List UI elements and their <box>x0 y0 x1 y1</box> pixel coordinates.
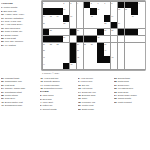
across-clue-40: 40. Bear's winter rest <box>1 101 37 104</box>
grid-cell-r8c13[interactable] <box>125 49 131 55</box>
clue-number: 18. <box>78 101 82 103</box>
grid-cell-r3c6[interactable] <box>77 15 83 21</box>
grid-cell-r5c3[interactable] <box>56 29 62 35</box>
grid-cell-r10c6[interactable] <box>77 63 83 69</box>
across-clue-34: 34. January zodiac sign <box>1 87 37 90</box>
clue-number: 19. <box>1 27 5 29</box>
across-clue-29: 29. Midnight toast <box>1 77 37 80</box>
clue-number: 10. <box>1 13 5 15</box>
grid-cell-r5c10[interactable]: 27 <box>104 29 110 35</box>
grid-cell-r2c9[interactable]: 11 <box>97 8 103 14</box>
grid-cell-r9c12[interactable] <box>118 56 124 62</box>
grid-cell-r10c10[interactable] <box>104 63 110 69</box>
across-clue-42: 42. Year's first day <box>40 77 75 80</box>
cell-number: 3 <box>70 2 71 4</box>
down-clue-22: 22. Skate blade <box>78 108 112 111</box>
grid-cell-r8c15[interactable] <box>138 49 144 55</box>
grid-cell-r2c13[interactable]: 13 <box>125 8 131 14</box>
clue-number: 34. <box>114 94 118 96</box>
down-clue-16: 16. Chilly <box>78 97 112 100</box>
clue-number: 41. <box>1 104 5 106</box>
clue-number: 7. <box>40 108 43 110</box>
clue-number: 1. <box>1 6 4 8</box>
clue-number: 2. <box>40 94 43 96</box>
grid-cell-r2c3-black <box>56 8 62 14</box>
grid-cell-r1c8[interactable]: 5 <box>90 2 96 8</box>
grid-cell-r8c9-black <box>97 49 103 55</box>
clue-number: 16. <box>78 97 82 99</box>
grid-cell-r10c3[interactable] <box>56 63 62 69</box>
across-clue-5: 5. Ball drop site <box>1 10 40 13</box>
clue-number: 3. <box>40 98 43 100</box>
cell-number: 2 <box>63 2 64 4</box>
down-clue-9: 9. Frozen rain <box>78 80 112 83</box>
cell-number: 28 <box>111 29 113 31</box>
grid-cell-r2c7[interactable] <box>84 8 90 14</box>
grid-cell-r4c10[interactable]: 23 <box>104 22 110 28</box>
clue-number: 15. <box>78 94 82 96</box>
grid-cell-r6c14[interactable] <box>131 36 137 42</box>
grid-cell-r8c10[interactable]: 40 <box>104 49 110 55</box>
cell-number: 26 <box>77 29 79 31</box>
cell-number: 38 <box>43 49 45 51</box>
down-clues-column-5: 23. Spring thaw28. North wind31. Snow fl… <box>114 77 149 149</box>
grid-cell-r4c12[interactable]: 24 <box>118 22 124 28</box>
cell-number: 15 <box>50 15 52 17</box>
grid-cell-r5c15[interactable] <box>138 29 144 35</box>
clue-number: 4. <box>40 101 43 103</box>
across-clue-44: 44. Fresh calendar <box>40 84 75 87</box>
clue-number: 9. <box>78 80 81 82</box>
clue-number: 29. <box>1 77 5 79</box>
clue-number: 31. <box>114 84 118 86</box>
across-clue-37: 37. Countdown start <box>1 91 37 94</box>
grid-cell-r1c5[interactable]: 3 <box>70 2 76 8</box>
grid-cell-r4c11-black <box>111 22 117 28</box>
cell-number: 16 <box>56 15 58 17</box>
grid-cell-r10c14[interactable] <box>131 63 137 69</box>
grid-cell-r4c14[interactable] <box>131 22 137 28</box>
grid-cell-r4c2[interactable] <box>49 22 55 28</box>
grid-cell-r3c2[interactable]: 15 <box>49 15 55 21</box>
grid-cell-r9c13[interactable] <box>125 56 131 62</box>
across-header: ACROSS <box>1 3 40 6</box>
cell-number: 12 <box>118 8 120 10</box>
grid-cell-r7c3[interactable]: 33 <box>56 43 62 49</box>
cell-number: 11 <box>97 8 99 10</box>
across-clue-31: 31. First frost <box>1 84 37 87</box>
clue-number: 22. <box>78 108 82 110</box>
clue-number: 27. <box>1 44 5 46</box>
grid-cell-r8c2[interactable] <box>49 49 55 55</box>
cell-number: 14 <box>43 15 45 17</box>
grid-cell-r6c8-black <box>90 36 96 42</box>
down-clues-column-4: 8. Year opener9. Frozen rain12. Ski run1… <box>78 77 112 149</box>
across-clue-27: 27. Icy coating <box>1 44 40 47</box>
grid-cell-r9c7[interactable] <box>84 56 90 62</box>
grid-cell-r2c10[interactable] <box>104 8 110 14</box>
down-clue-14: 14. Snow day fun <box>78 91 112 94</box>
grid-cell-r1c3[interactable] <box>56 2 62 8</box>
cell-number: 6 <box>97 2 98 4</box>
clue-number: 20. <box>78 104 82 106</box>
clue-number: 45. <box>40 87 44 89</box>
grid-cell-r1c12-black <box>118 2 124 8</box>
grid-cell-r2c11[interactable] <box>111 8 117 14</box>
grid-cell-r4c4[interactable]: 22 <box>63 22 69 28</box>
across-down-clues-column-3: 42. Year's first day43. Confetti shower4… <box>40 77 75 149</box>
across-clue-30: 30. Champagne pop <box>1 80 37 83</box>
cell-number: 37 <box>104 43 106 45</box>
grid-cell-r2c4[interactable]: 10 <box>63 8 69 14</box>
cell-number: 10 <box>63 8 65 10</box>
clue-number: 5. <box>1 10 4 12</box>
down-clue-18: 18. Fireplace log <box>78 101 112 104</box>
grid-cell-r4c6[interactable] <box>77 22 83 28</box>
grid-cell-r3c13[interactable] <box>125 15 131 21</box>
cell-number: 30 <box>97 36 99 38</box>
grid-cell-r6c5[interactable] <box>70 36 76 42</box>
cell-number: 40 <box>104 49 106 51</box>
grid-cell-r7c13[interactable] <box>125 43 131 49</box>
clue-number: 43. <box>40 80 44 82</box>
grid-cell-r2c14-black <box>131 8 137 14</box>
grid-cell-r9c14[interactable] <box>131 56 137 62</box>
grid-cell-r9c15[interactable] <box>138 56 144 62</box>
grid-cell-r6c12[interactable] <box>118 36 124 42</box>
down-clue-28: 28. North wind <box>114 80 149 83</box>
cell-number: 18 <box>91 15 93 17</box>
grid-cell-r3c14[interactable]: 20 <box>131 15 137 21</box>
grid-cell-r9c1[interactable]: 41 <box>43 56 49 62</box>
cell-number: 27 <box>104 29 106 31</box>
grid-cell-r6c11[interactable] <box>111 36 117 42</box>
down-clue-12: 12. Ski run <box>78 84 112 87</box>
grid-cell-r6c3-black <box>56 36 62 42</box>
grid-cell-r2c15[interactable] <box>138 8 144 14</box>
grid-cell-r7c12[interactable] <box>118 43 124 49</box>
grid-cell-r6c2-black <box>49 36 55 42</box>
clue-number: 39. <box>1 97 5 99</box>
clue-number: 25. <box>1 37 5 39</box>
grid-cell-r3c3[interactable]: 16 <box>56 15 62 21</box>
cell-number: 20 <box>132 15 134 17</box>
clue-number: 34. <box>1 87 5 89</box>
grid-cell-r9c8[interactable] <box>90 56 96 62</box>
grid-cell-r4c7[interactable] <box>84 22 90 28</box>
grid-cell-r6c4[interactable]: 29 <box>63 36 69 42</box>
grid-cell-r10c15[interactable] <box>138 63 144 69</box>
grid-cell-r4c9[interactable] <box>97 22 103 28</box>
grid-cell-r5c8[interactable] <box>90 29 96 35</box>
grid-cell-r6c15[interactable] <box>138 36 144 42</box>
down-clue-31: 31. Snow flurry <box>114 84 149 87</box>
puzzle-footer: 1 January © 2024 <box>42 72 146 74</box>
clue-number: 17. <box>1 23 5 25</box>
grid-cell-r1c4[interactable]: 2 <box>63 2 69 8</box>
across-clues-column-top: ACROSS1. Winter month5. Ball drop site10… <box>1 2 40 74</box>
grid-cell-r9c2[interactable] <box>49 56 55 62</box>
clue-number: 13. <box>78 87 82 89</box>
cell-number: 42 <box>77 56 79 58</box>
clue-number: 36. <box>114 101 118 103</box>
grid-cell-r3c8[interactable]: 18 <box>90 15 96 21</box>
grid-cell-r4c13[interactable] <box>125 22 131 28</box>
grid-cell-r8c12[interactable] <box>118 49 124 55</box>
down-clue-33: 33. Cold snap <box>114 91 149 94</box>
grid-cell-r8c7[interactable] <box>84 49 90 55</box>
cell-number: 4 <box>77 2 78 4</box>
across-clue-17: 17. "Auld Lang Syne" <box>1 23 40 26</box>
grid-cell-r9c10-black <box>104 56 110 62</box>
grid-cell-r8c3[interactable] <box>56 49 62 55</box>
grid-cell-r3c12[interactable] <box>118 15 124 21</box>
grid-cell-r7c11[interactable] <box>111 43 117 49</box>
down-clue-15: 15. Blizzard wind <box>78 94 112 97</box>
grid-cell-r3c9[interactable] <box>97 15 103 21</box>
clue-number: 26. <box>1 40 5 42</box>
grid-cell-r5c14-black <box>131 29 137 35</box>
clue-number: 8. <box>78 77 81 79</box>
clue-number: 24. <box>1 34 5 36</box>
clue-number: 14. <box>78 91 82 93</box>
cell-number: 35 <box>84 43 86 45</box>
across-clue-25: 25. Polar blast <box>1 37 40 40</box>
grid-cell-r5c11[interactable]: 28 <box>111 29 117 35</box>
cell-number: 23 <box>104 22 106 24</box>
across-clue-43: 43. Confetti shower <box>40 80 75 83</box>
grid-cell-r5c9-black <box>97 29 103 35</box>
grid-cell-r8c5-black <box>70 49 76 55</box>
grid-cell-r6c9[interactable]: 30 <box>97 36 103 42</box>
grid-cell-r9c5-black <box>70 56 76 62</box>
clue-number: 42. <box>40 77 44 79</box>
grid-cell-r9c9-black <box>97 56 103 62</box>
across-clues-column-2: 29. Midnight toast30. Champagne pop31. F… <box>1 77 37 149</box>
down-clue-3: 3. Sled dog <box>40 98 75 101</box>
grid-cell-r1c7-black <box>84 2 90 8</box>
grid-cell-r3c10-black <box>104 15 110 21</box>
grid-cell-r2c1-black <box>43 8 49 14</box>
grid-cell-r1c1[interactable]: 1 <box>43 2 49 8</box>
cell-number: 29 <box>63 36 65 38</box>
cell-number: 36 <box>91 43 93 45</box>
grid-cell-r5c5-black <box>70 29 76 35</box>
clue-number: 38. <box>1 94 5 96</box>
cell-number: 8 <box>111 2 112 4</box>
cell-number: 22 <box>63 22 65 24</box>
across-clue-10: 10. "Happy New Year!" <box>1 13 40 16</box>
grid-cell-r9c3[interactable] <box>56 56 62 62</box>
grid-cell-r7c14[interactable] <box>131 43 137 49</box>
down-clue-35: 35. Janus month <box>114 97 149 100</box>
across-clue-26: 26. MLK Day honoree <box>1 40 40 43</box>
cell-number: 17 <box>70 15 72 17</box>
down-clue-32: 32. Ice fishing hole <box>114 87 149 90</box>
clue-number: 44. <box>40 84 44 86</box>
grid-cell-r1c6[interactable]: 4 <box>77 2 83 8</box>
down-clue-2: 2. Igloo block <box>40 94 75 97</box>
down-clue-34: 34. Snow angel maker <box>114 94 149 97</box>
across-clue-39: 39. Cold spell <box>1 97 37 100</box>
cell-number: 45 <box>70 63 72 65</box>
grid-cell-r6c10[interactable] <box>104 36 110 42</box>
grid-cell-r3c5[interactable]: 17 <box>70 15 76 21</box>
across-clue-24: 24. Snow vehicle <box>1 34 40 37</box>
grid-cell-r10c4-black <box>63 63 69 69</box>
grid-cell-r4c8[interactable] <box>90 22 96 28</box>
grid-cell-r7c6[interactable]: 34 <box>77 43 83 49</box>
cell-number: 9 <box>138 2 139 4</box>
across-clue-38: 38. Winter storm <box>1 94 37 97</box>
grid-cell-r8c4[interactable] <box>63 49 69 55</box>
clue-number: 35. <box>114 97 118 99</box>
grid-cell-r5c7[interactable] <box>84 29 90 35</box>
clue-number: 33. <box>114 91 118 93</box>
grid-cell-r2c6[interactable] <box>77 8 83 14</box>
across-clue-21: 21. Rose Parade city <box>1 30 40 33</box>
cell-number: 31 <box>43 43 45 45</box>
grid-cell-r7c1[interactable]: 31 <box>43 43 49 49</box>
clue-number: 28. <box>114 80 118 82</box>
across-clue-14: 14. New Year's vow <box>1 20 40 23</box>
grid-cell-r8c1[interactable]: 38 <box>43 49 49 55</box>
grid-cell-r4c5[interactable] <box>70 22 76 28</box>
grid-cell-r1c14-black <box>131 2 137 8</box>
grid-cell-r1c9[interactable]: 6 <box>97 2 103 8</box>
cell-number: 44 <box>43 63 45 65</box>
grid-cell-r5c1-black <box>43 29 49 35</box>
grid-cell-r7c10[interactable]: 37 <box>104 43 110 49</box>
grid-cell-r10c12[interactable] <box>118 63 124 69</box>
grid-cell-r4c15[interactable] <box>138 22 144 28</box>
clue-number: 11. <box>1 17 5 19</box>
grid-cell-r3c11[interactable]: 19 <box>111 15 117 21</box>
grid-cell-r7c9-black <box>97 43 103 49</box>
grid-cell-r3c15[interactable] <box>138 15 144 21</box>
down-clue-36: 36. White blanket <box>114 101 149 104</box>
grid-cell-r1c13-black <box>125 2 131 8</box>
grid-cell-r2c5[interactable] <box>70 8 76 14</box>
grid-cell-r1c11[interactable]: 8 <box>111 2 117 8</box>
grid-cell-r3c1[interactable]: 14 <box>43 15 49 21</box>
grid-cell-r10c13[interactable] <box>125 63 131 69</box>
grid-cell-r7c2[interactable]: 32 <box>49 43 55 49</box>
down-header: DOWN <box>40 91 75 94</box>
clue-number: 37. <box>1 91 5 93</box>
clue-number: 21. <box>1 30 5 32</box>
grid-cell-r7c8[interactable]: 36 <box>90 43 96 49</box>
grid-cell-r10c8[interactable] <box>90 63 96 69</box>
cell-number: 24 <box>118 22 120 24</box>
grid-cell-r10c7[interactable] <box>84 63 90 69</box>
down-clue-20: 20. Winter coat <box>78 104 112 107</box>
grid-cell-r5c13-black <box>125 29 131 35</box>
clue-number: 14. <box>1 20 5 22</box>
grid-cell-r3c7[interactable] <box>84 15 90 21</box>
across-clue-41: 41. Snowman's nose <box>1 104 37 107</box>
clue-number: 23. <box>114 77 118 79</box>
clue-number: 30. <box>1 80 5 82</box>
grid-cell-r2c2-black <box>49 8 55 14</box>
grid-cell-r7c4[interactable] <box>63 43 69 49</box>
cell-number: 39 <box>77 49 79 51</box>
down-clue-6: 6. Mitten kin <box>40 104 75 107</box>
cell-number: 33 <box>56 43 58 45</box>
cell-number: 41 <box>43 56 45 58</box>
grid-cell-r10c9[interactable] <box>97 63 103 69</box>
cell-number: 25 <box>50 29 52 31</box>
grid-cell-r1c15[interactable]: 9 <box>138 2 144 8</box>
grid-cell-r4c1[interactable]: 21 <box>43 22 49 28</box>
grid-cell-r8c8[interactable] <box>90 49 96 55</box>
grid-cell-r9c11[interactable]: 43 <box>111 56 117 62</box>
clue-number: 40. <box>1 101 5 103</box>
down-clue-7: 7. Garnet month <box>40 108 75 111</box>
grid-cell-r6c7-black <box>84 36 90 42</box>
grid-cell-r10c11[interactable] <box>111 63 117 69</box>
cell-number: 43 <box>111 56 113 58</box>
down-clue-23: 23. Spring thaw <box>114 77 149 80</box>
cell-number: 13 <box>125 8 127 10</box>
grid-cell-r7c5-black <box>70 43 76 49</box>
grid-cell-r6c1-black <box>43 36 49 42</box>
clue-number: 32. <box>114 87 118 89</box>
grid-cell-r5c2[interactable]: 25 <box>49 29 55 35</box>
grid-cell-r1c10[interactable]: 7 <box>104 2 110 8</box>
grid-cell-r5c4[interactable] <box>63 29 69 35</box>
grid-cell-r4c3[interactable] <box>56 22 62 28</box>
grid-cell-r6c6-black <box>77 36 83 42</box>
cell-number: 1 <box>43 2 44 4</box>
grid-cell-r10c2[interactable] <box>49 63 55 69</box>
cell-number: 7 <box>104 2 105 4</box>
cell-number: 32 <box>50 43 52 45</box>
across-clue-11: 11. January birthstone <box>1 17 40 20</box>
cell-number: 21 <box>43 22 45 24</box>
grid-cell-r9c4[interactable] <box>63 56 69 62</box>
grid-cell-r6c13[interactable] <box>125 36 131 42</box>
grid-cell-r2c12[interactable]: 12 <box>118 8 124 14</box>
across-clue-1: 1. Winter month <box>1 6 40 9</box>
grid-cell-r9c6[interactable]: 42 <box>77 56 83 62</box>
grid-cell-r8c6[interactable]: 39 <box>77 49 83 55</box>
clue-number: 12. <box>78 84 82 86</box>
grid-cell-r5c6[interactable]: 26 <box>77 29 83 35</box>
crossword-grid[interactable]: 1234567891011121314151617181920212223242… <box>42 1 145 70</box>
grid-cell-r2c8-black <box>90 8 96 14</box>
grid-cell-r10c1[interactable]: 44 <box>43 63 49 69</box>
down-clue-4: 4. Icicle spot <box>40 101 75 104</box>
grid-cell-r1c2[interactable] <box>49 2 55 8</box>
clue-number: 6. <box>40 104 43 106</box>
cell-number: 34 <box>77 43 79 45</box>
grid-cell-r8c14[interactable] <box>131 49 137 55</box>
grid-cell-r7c15[interactable] <box>138 43 144 49</box>
clue-number: 31. <box>1 84 5 86</box>
down-clue-8: 8. Year opener <box>78 77 112 80</box>
across-clue-19: 19. Two-faced god <box>1 27 40 30</box>
grid-cell-r3c4-black <box>63 15 69 21</box>
cell-number: 19 <box>111 15 113 17</box>
grid-cell-r7c7[interactable]: 35 <box>84 43 90 49</box>
grid-cell-r10c5[interactable]: 45 <box>70 63 76 69</box>
down-clue-13: 13. Hot cocoa <box>78 87 112 90</box>
grid-cell-r8c11[interactable] <box>111 49 117 55</box>
cell-number: 5 <box>91 2 92 4</box>
grid-cell-r5c12-black <box>118 29 124 35</box>
